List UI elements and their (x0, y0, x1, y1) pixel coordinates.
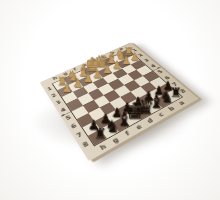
board-frame: 12345678 12345678 hgfedcba hgfedcba ♜♞♝♚… (40, 42, 199, 161)
square-f3 (83, 82, 98, 93)
scene: 12345678 12345678 hgfedcba hgfedcba ♜♞♝♚… (0, 0, 220, 200)
chess-board: 12345678 12345678 hgfedcba hgfedcba ♜♞♝♚… (40, 42, 199, 161)
product-photo: 12345678 12345678 hgfedcba hgfedcba ♜♞♝♚… (0, 0, 220, 200)
white-rook-a1: ♜ (124, 34, 134, 57)
